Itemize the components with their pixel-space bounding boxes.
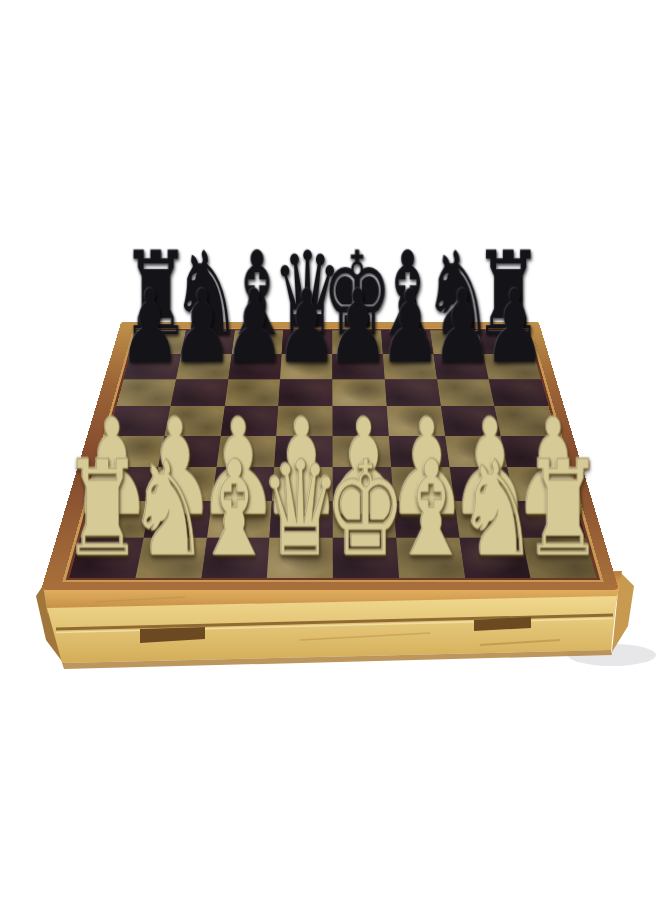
square-g7[interactable]: ♟: [433, 354, 489, 379]
black-pawn[interactable]: ♟: [483, 276, 545, 377]
square-d7[interactable]: ♟: [280, 354, 332, 379]
square-h7[interactable]: ♟: [484, 354, 542, 379]
square-f1[interactable]: ♝: [396, 538, 465, 578]
chess-board: ♜♞♝♛♚♝♞♜♟♟♟♟♟♟♟♟♟♟♟♟♟♟♟♟♜♞♝♛♚♝♞♜: [41, 322, 619, 590]
square-h1[interactable]: ♜: [522, 538, 596, 578]
square-g1[interactable]: ♞: [459, 538, 531, 578]
board-grid: ♜♞♝♛♚♝♞♜♟♟♟♟♟♟♟♟♟♟♟♟♟♟♟♟♜♞♝♛♚♝♞♜: [66, 329, 600, 580]
square-c7[interactable]: ♟: [228, 354, 282, 379]
square-d1[interactable]: ♛: [267, 538, 333, 578]
square-e1[interactable]: ♚: [333, 538, 399, 578]
chess-set-photo: ♜♞♝♛♚♝♞♜♟♟♟♟♟♟♟♟♟♟♟♟♟♟♟♟♜♞♝♛♚♝♞♜: [0, 0, 660, 900]
square-e7[interactable]: ♟: [332, 354, 384, 379]
white-rook[interactable]: ♜: [522, 442, 603, 574]
square-f7[interactable]: ♟: [383, 354, 437, 379]
board-frame: ♜♞♝♛♚♝♞♜♟♟♟♟♟♟♟♟♟♟♟♟♟♟♟♟♜♞♝♛♚♝♞♜: [41, 322, 619, 590]
